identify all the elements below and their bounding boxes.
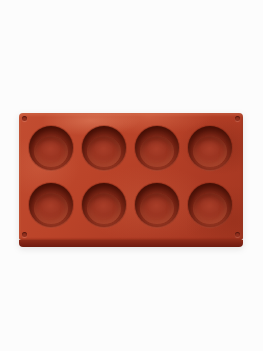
mold-cavity: [135, 183, 179, 227]
cavity-floor: [193, 136, 227, 168]
cavity-floor: [140, 193, 174, 225]
mold-top-face: [19, 113, 243, 240]
corner-hole-top-left: [22, 116, 27, 121]
mold-cavity: [82, 126, 126, 170]
cavity-floor: [34, 193, 68, 225]
mold-cavity: [135, 126, 179, 170]
photo-canvas: [0, 0, 263, 351]
corner-hole-bottom-right: [235, 232, 240, 237]
mold-cavity: [188, 183, 232, 227]
silicone-mold: [19, 113, 243, 247]
corner-hole-top-right: [235, 116, 240, 121]
cavity-floor: [34, 136, 68, 168]
mold-cavity: [82, 183, 126, 227]
mold-cavity: [188, 126, 232, 170]
cavity-floor: [87, 136, 121, 168]
mold-cavity: [29, 183, 73, 227]
mold-cavity: [29, 126, 73, 170]
cavity-floor: [193, 193, 227, 225]
cavity-grid: [19, 113, 243, 240]
cavity-floor: [140, 136, 174, 168]
mold-side-edge: [19, 240, 243, 247]
cavity-floor: [87, 193, 121, 225]
corner-hole-bottom-left: [22, 232, 27, 237]
